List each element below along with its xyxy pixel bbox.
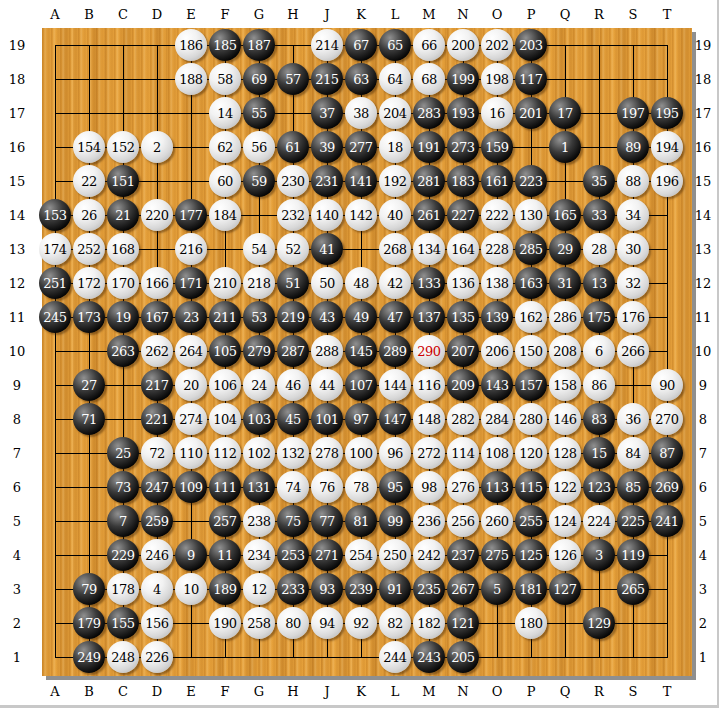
stone-A12[interactable]: 251	[39, 267, 71, 299]
stone-B15[interactable]: 22	[73, 165, 105, 197]
stone-Q10[interactable]: 208	[549, 335, 581, 367]
stone-L6[interactable]: 95	[379, 471, 411, 503]
stone-C16[interactable]: 152	[107, 131, 139, 163]
stone-P3[interactable]: 181	[515, 573, 547, 605]
stone-M19[interactable]: 66	[413, 29, 445, 61]
stone-C7[interactable]: 25	[107, 437, 139, 469]
stone-F8[interactable]: 104	[209, 403, 241, 435]
stone-O8[interactable]: 284	[481, 403, 513, 435]
stone-R13[interactable]: 28	[583, 233, 615, 265]
move-number: 119	[621, 549, 644, 562]
stone-C10[interactable]: 263	[107, 335, 139, 367]
stone-H14[interactable]: 232	[277, 199, 309, 231]
stone-D2[interactable]: 156	[141, 607, 173, 639]
stone-T9[interactable]: 90	[651, 369, 683, 401]
stone-C1[interactable]: 248	[107, 641, 139, 673]
stone-H4[interactable]: 253	[277, 539, 309, 571]
stone-F14[interactable]: 184	[209, 199, 241, 231]
stone-L17[interactable]: 204	[379, 97, 411, 129]
stone-C4[interactable]: 229	[107, 539, 139, 571]
stone-N18[interactable]: 199	[447, 63, 479, 95]
stone-F3[interactable]: 189	[209, 573, 241, 605]
stone-H8[interactable]: 45	[277, 403, 309, 435]
stone-O4[interactable]: 275	[481, 539, 513, 571]
stone-M13[interactable]: 134	[413, 233, 445, 265]
stone-N4[interactable]: 237	[447, 539, 479, 571]
stone-M5[interactable]: 236	[413, 505, 445, 537]
stone-D9[interactable]: 217	[141, 369, 173, 401]
stone-M8[interactable]: 148	[413, 403, 445, 435]
stone-K3[interactable]: 239	[345, 573, 377, 605]
stone-S17[interactable]: 197	[617, 97, 649, 129]
stone-E18[interactable]: 188	[175, 63, 207, 95]
stone-L15[interactable]: 192	[379, 165, 411, 197]
stone-G17[interactable]: 55	[243, 97, 275, 129]
stone-T7[interactable]: 87	[651, 437, 683, 469]
stone-B12[interactable]: 172	[73, 267, 105, 299]
stone-N2[interactable]: 121	[447, 607, 479, 639]
stone-F2[interactable]: 190	[209, 607, 241, 639]
stone-K5[interactable]: 81	[345, 505, 377, 537]
stone-D3[interactable]: 4	[141, 573, 173, 605]
stone-R10[interactable]: 6	[583, 335, 615, 367]
stone-D11[interactable]: 167	[141, 301, 173, 333]
stone-J9[interactable]: 44	[311, 369, 343, 401]
stone-O18[interactable]: 198	[481, 63, 513, 95]
stone-O3[interactable]: 5	[481, 573, 513, 605]
row-label-right-1: 1	[699, 650, 707, 665]
stone-F19[interactable]: 185	[209, 29, 241, 61]
stone-G5[interactable]: 238	[243, 505, 275, 537]
stone-B16[interactable]: 154	[73, 131, 105, 163]
stone-M11[interactable]: 137	[413, 301, 445, 333]
stone-C6[interactable]: 73	[107, 471, 139, 503]
stone-N5[interactable]: 256	[447, 505, 479, 537]
stone-G12[interactable]: 218	[243, 267, 275, 299]
stone-F9[interactable]: 106	[209, 369, 241, 401]
stone-F7[interactable]: 112	[209, 437, 241, 469]
stone-O9[interactable]: 143	[481, 369, 513, 401]
stone-P9[interactable]: 157	[515, 369, 547, 401]
stone-R4[interactable]: 3	[583, 539, 615, 571]
stone-R2[interactable]: 129	[583, 607, 615, 639]
stone-E13[interactable]: 216	[175, 233, 207, 265]
stone-N8[interactable]: 282	[447, 403, 479, 435]
stone-C14[interactable]: 21	[107, 199, 139, 231]
stone-Q4[interactable]: 126	[549, 539, 581, 571]
stone-S10[interactable]: 266	[617, 335, 649, 367]
stone-P7[interactable]: 120	[515, 437, 547, 469]
stone-O15[interactable]: 161	[481, 165, 513, 197]
stone-Q12[interactable]: 31	[549, 267, 581, 299]
stone-T5[interactable]: 241	[651, 505, 683, 537]
stone-P15[interactable]: 223	[515, 165, 547, 197]
move-number: 143	[485, 379, 508, 392]
stone-S7[interactable]: 84	[617, 437, 649, 469]
stone-M3[interactable]: 235	[413, 573, 445, 605]
stone-H9[interactable]: 46	[277, 369, 309, 401]
stone-M16[interactable]: 191	[413, 131, 445, 163]
stone-L1[interactable]: 244	[379, 641, 411, 673]
stone-Q6[interactable]: 122	[549, 471, 581, 503]
stone-P4[interactable]: 125	[515, 539, 547, 571]
stone-H13[interactable]: 52	[277, 233, 309, 265]
stone-P19[interactable]: 203	[515, 29, 547, 61]
stone-Q8[interactable]: 146	[549, 403, 581, 435]
stone-K16[interactable]: 277	[345, 131, 377, 163]
move-number: 222	[485, 209, 508, 222]
go-board[interactable]: 1861851872146765662002022031885869572156…	[42, 28, 692, 676]
stone-N19[interactable]: 200	[447, 29, 479, 61]
stone-J5[interactable]: 77	[311, 505, 343, 537]
stone-J3[interactable]: 93	[311, 573, 343, 605]
stone-T6[interactable]: 269	[651, 471, 683, 503]
stone-L16[interactable]: 18	[379, 131, 411, 163]
stone-S4[interactable]: 119	[617, 539, 649, 571]
stone-L2[interactable]: 82	[379, 607, 411, 639]
stone-C15[interactable]: 151	[107, 165, 139, 197]
stone-E12[interactable]: 171	[175, 267, 207, 299]
stone-D10[interactable]: 262	[141, 335, 173, 367]
stone-C13[interactable]: 168	[107, 233, 139, 265]
stone-G16[interactable]: 56	[243, 131, 275, 163]
stone-T15[interactable]: 196	[651, 165, 683, 197]
stone-E11[interactable]: 23	[175, 301, 207, 333]
stone-R14[interactable]: 33	[583, 199, 615, 231]
stone-Q16[interactable]: 1	[549, 131, 581, 163]
stone-N11[interactable]: 135	[447, 301, 479, 333]
stone-R6[interactable]: 123	[583, 471, 615, 503]
stone-K2[interactable]: 92	[345, 607, 377, 639]
row-label-right-3: 3	[699, 582, 707, 597]
stone-D5[interactable]: 259	[141, 505, 173, 537]
stone-F18[interactable]: 58	[209, 63, 241, 95]
stone-H7[interactable]: 132	[277, 437, 309, 469]
stone-B8[interactable]: 71	[73, 403, 105, 435]
stone-C2[interactable]: 155	[107, 607, 139, 639]
stone-E4[interactable]: 9	[175, 539, 207, 571]
stone-K14[interactable]: 142	[345, 199, 377, 231]
stone-H11[interactable]: 219	[277, 301, 309, 333]
stone-Q5[interactable]: 124	[549, 505, 581, 537]
stone-O12[interactable]: 138	[481, 267, 513, 299]
stone-K8[interactable]: 97	[345, 403, 377, 435]
stone-L4[interactable]: 250	[379, 539, 411, 571]
stone-O6[interactable]: 113	[481, 471, 513, 503]
stone-F17[interactable]: 14	[209, 97, 241, 129]
stone-N14[interactable]: 227	[447, 199, 479, 231]
stone-D16[interactable]: 2	[141, 131, 173, 163]
stone-P18[interactable]: 117	[515, 63, 547, 95]
stone-K6[interactable]: 78	[345, 471, 377, 503]
stone-E3[interactable]: 10	[175, 573, 207, 605]
stone-L12[interactable]: 42	[379, 267, 411, 299]
stone-D14[interactable]: 220	[141, 199, 173, 231]
stone-S5[interactable]: 225	[617, 505, 649, 537]
stone-O7[interactable]: 108	[481, 437, 513, 469]
stone-M12[interactable]: 133	[413, 267, 445, 299]
stone-R11[interactable]: 175	[583, 301, 615, 333]
stone-R8[interactable]: 83	[583, 403, 615, 435]
stone-N9[interactable]: 209	[447, 369, 479, 401]
move-number: 208	[553, 345, 576, 358]
stone-Q9[interactable]: 158	[549, 369, 581, 401]
stone-H10[interactable]: 287	[277, 335, 309, 367]
stone-J18[interactable]: 215	[311, 63, 343, 95]
stone-H12[interactable]: 51	[277, 267, 309, 299]
stone-D8[interactable]: 221	[141, 403, 173, 435]
stone-O5[interactable]: 260	[481, 505, 513, 537]
stone-K18[interactable]: 63	[345, 63, 377, 95]
col-label-top-A: A	[50, 7, 59, 22]
move-number: 99	[387, 515, 403, 528]
stone-Q3[interactable]: 127	[549, 573, 581, 605]
stone-K15[interactable]: 141	[345, 165, 377, 197]
stone-L5[interactable]: 99	[379, 505, 411, 537]
stone-E6[interactable]: 109	[175, 471, 207, 503]
stone-J4[interactable]: 271	[311, 539, 343, 571]
stone-C11[interactable]: 19	[107, 301, 139, 333]
stone-R5[interactable]: 224	[583, 505, 615, 537]
stone-B1[interactable]: 249	[73, 641, 105, 673]
stone-L7[interactable]: 96	[379, 437, 411, 469]
stone-S3[interactable]: 265	[617, 573, 649, 605]
stone-J14[interactable]: 140	[311, 199, 343, 231]
stone-P6[interactable]: 115	[515, 471, 547, 503]
stone-K11[interactable]: 49	[345, 301, 377, 333]
stone-F5[interactable]: 257	[209, 505, 241, 537]
stone-P17[interactable]: 201	[515, 97, 547, 129]
stone-H5[interactable]: 75	[277, 505, 309, 537]
stone-K7[interactable]: 100	[345, 437, 377, 469]
stone-R15[interactable]: 35	[583, 165, 615, 197]
stone-J2[interactable]: 94	[311, 607, 343, 639]
stone-M6[interactable]: 98	[413, 471, 445, 503]
stone-L13[interactable]: 268	[379, 233, 411, 265]
stone-M4[interactable]: 242	[413, 539, 445, 571]
stone-T17[interactable]: 195	[651, 97, 683, 129]
stone-E7[interactable]: 110	[175, 437, 207, 469]
stone-B3[interactable]: 79	[73, 573, 105, 605]
stone-S6[interactable]: 85	[617, 471, 649, 503]
stone-E14[interactable]: 177	[175, 199, 207, 231]
stone-S14[interactable]: 34	[617, 199, 649, 231]
stone-Q13[interactable]: 29	[549, 233, 581, 265]
stone-M9[interactable]: 116	[413, 369, 445, 401]
stone-P10[interactable]: 150	[515, 335, 547, 367]
stone-J10[interactable]: 288	[311, 335, 343, 367]
stone-S11[interactable]: 176	[617, 301, 649, 333]
stone-P13[interactable]: 285	[515, 233, 547, 265]
stone-L9[interactable]: 144	[379, 369, 411, 401]
stone-R9[interactable]: 86	[583, 369, 615, 401]
stone-Q14[interactable]: 165	[549, 199, 581, 231]
stone-H6[interactable]: 74	[277, 471, 309, 503]
stone-E8[interactable]: 274	[175, 403, 207, 435]
row-label-right-18: 18	[695, 72, 712, 87]
stone-P8[interactable]: 280	[515, 403, 547, 435]
stone-H15[interactable]: 230	[277, 165, 309, 197]
stone-G18[interactable]: 69	[243, 63, 275, 95]
stone-E10[interactable]: 264	[175, 335, 207, 367]
stone-P5[interactable]: 255	[515, 505, 547, 537]
stone-Q7[interactable]: 128	[549, 437, 581, 469]
stone-L3[interactable]: 91	[379, 573, 411, 605]
stone-F10[interactable]: 105	[209, 335, 241, 367]
stone-O10[interactable]: 206	[481, 335, 513, 367]
stone-G4[interactable]: 234	[243, 539, 275, 571]
move-number: 38	[353, 107, 369, 120]
stone-S15[interactable]: 88	[617, 165, 649, 197]
move-number: 220	[145, 209, 168, 222]
stone-R7[interactable]: 15	[583, 437, 615, 469]
stone-M1[interactable]: 243	[413, 641, 445, 673]
stone-J15[interactable]: 231	[311, 165, 343, 197]
stone-D1[interactable]: 226	[141, 641, 173, 673]
stone-T16[interactable]: 194	[651, 131, 683, 163]
row-label-left-8: 8	[13, 412, 21, 427]
stone-F12[interactable]: 210	[209, 267, 241, 299]
move-number: 156	[145, 617, 168, 630]
stone-S16[interactable]: 89	[617, 131, 649, 163]
stone-J8[interactable]: 101	[311, 403, 343, 435]
move-number: 206	[485, 345, 508, 358]
stone-F15[interactable]: 60	[209, 165, 241, 197]
stone-K12[interactable]: 48	[345, 267, 377, 299]
stone-B2[interactable]: 179	[73, 607, 105, 639]
stone-H18[interactable]: 57	[277, 63, 309, 95]
stone-L8[interactable]: 147	[379, 403, 411, 435]
stone-B13[interactable]: 252	[73, 233, 105, 265]
stone-M10[interactable]: 290	[413, 335, 445, 367]
stone-C5[interactable]: 7	[107, 505, 139, 537]
stone-M15[interactable]: 281	[413, 165, 445, 197]
stone-G11[interactable]: 53	[243, 301, 275, 333]
stone-H16[interactable]: 61	[277, 131, 309, 163]
stone-K17[interactable]: 38	[345, 97, 377, 129]
stone-J6[interactable]: 76	[311, 471, 343, 503]
stone-N7[interactable]: 114	[447, 437, 479, 469]
stone-D4[interactable]: 246	[141, 539, 173, 571]
stone-G2[interactable]: 258	[243, 607, 275, 639]
stone-Q11[interactable]: 286	[549, 301, 581, 333]
stone-A11[interactable]: 245	[39, 301, 71, 333]
stone-J17[interactable]: 37	[311, 97, 343, 129]
stone-O16[interactable]: 159	[481, 131, 513, 163]
stone-O13[interactable]: 228	[481, 233, 513, 265]
stone-H2[interactable]: 80	[277, 607, 309, 639]
stone-N3[interactable]: 267	[447, 573, 479, 605]
stone-K4[interactable]: 254	[345, 539, 377, 571]
stone-D7[interactable]: 72	[141, 437, 173, 469]
stone-C12[interactable]: 170	[107, 267, 139, 299]
stone-M14[interactable]: 261	[413, 199, 445, 231]
stone-O19[interactable]: 202	[481, 29, 513, 61]
stone-O17[interactable]: 16	[481, 97, 513, 129]
stone-N12[interactable]: 136	[447, 267, 479, 299]
stone-B11[interactable]: 173	[73, 301, 105, 333]
stone-J13[interactable]: 41	[311, 233, 343, 265]
stone-L14[interactable]: 40	[379, 199, 411, 231]
stone-G15[interactable]: 59	[243, 165, 275, 197]
stone-K9[interactable]: 107	[345, 369, 377, 401]
stone-M7[interactable]: 272	[413, 437, 445, 469]
stone-K10[interactable]: 145	[345, 335, 377, 367]
stone-N13[interactable]: 164	[447, 233, 479, 265]
stone-N15[interactable]: 183	[447, 165, 479, 197]
stone-M18[interactable]: 68	[413, 63, 445, 95]
stone-R12[interactable]: 13	[583, 267, 615, 299]
move-number: 226	[145, 651, 168, 664]
stone-S8[interactable]: 36	[617, 403, 649, 435]
stone-F16[interactable]: 62	[209, 131, 241, 163]
stone-L18[interactable]: 64	[379, 63, 411, 95]
stone-D12[interactable]: 166	[141, 267, 173, 299]
stone-L10[interactable]: 289	[379, 335, 411, 367]
stone-G9[interactable]: 24	[243, 369, 275, 401]
stone-E19[interactable]: 186	[175, 29, 207, 61]
stone-A13[interactable]: 174	[39, 233, 71, 265]
stone-A14[interactable]: 153	[39, 199, 71, 231]
stone-E9[interactable]: 20	[175, 369, 207, 401]
stone-M17[interactable]: 283	[413, 97, 445, 129]
stone-P14[interactable]: 130	[515, 199, 547, 231]
stone-F6[interactable]: 111	[209, 471, 241, 503]
stone-L19[interactable]: 65	[379, 29, 411, 61]
stone-J19[interactable]: 214	[311, 29, 343, 61]
col-label-top-P: P	[527, 7, 536, 22]
stone-N16[interactable]: 273	[447, 131, 479, 163]
stone-L11[interactable]: 47	[379, 301, 411, 333]
stone-T8[interactable]: 270	[651, 403, 683, 435]
stone-K19[interactable]: 67	[345, 29, 377, 61]
stone-G3[interactable]: 12	[243, 573, 275, 605]
stone-J16[interactable]: 39	[311, 131, 343, 163]
stone-M2[interactable]: 182	[413, 607, 445, 639]
stone-S12[interactable]: 32	[617, 267, 649, 299]
stone-G13[interactable]: 54	[243, 233, 275, 265]
move-number: 86	[591, 379, 607, 392]
stone-J11[interactable]: 43	[311, 301, 343, 333]
stone-B9[interactable]: 27	[73, 369, 105, 401]
stone-B14[interactable]: 26	[73, 199, 105, 231]
stone-N6[interactable]: 276	[447, 471, 479, 503]
stone-H3[interactable]: 233	[277, 573, 309, 605]
stone-G10[interactable]: 279	[243, 335, 275, 367]
stone-C3[interactable]: 178	[107, 573, 139, 605]
move-number: 34	[625, 209, 641, 222]
stone-S13[interactable]: 30	[617, 233, 649, 265]
stone-P2[interactable]: 180	[515, 607, 547, 639]
stone-G7[interactable]: 102	[243, 437, 275, 469]
stone-N1[interactable]: 205	[447, 641, 479, 673]
stone-F4[interactable]: 11	[209, 539, 241, 571]
stone-N17[interactable]: 193	[447, 97, 479, 129]
stone-Q17[interactable]: 17	[549, 97, 581, 129]
stone-D6[interactable]: 247	[141, 471, 173, 503]
stone-G6[interactable]: 131	[243, 471, 275, 503]
stone-G8[interactable]: 103	[243, 403, 275, 435]
stone-J7[interactable]: 278	[311, 437, 343, 469]
stone-O14[interactable]: 222	[481, 199, 513, 231]
stone-G19[interactable]: 187	[243, 29, 275, 61]
stone-O11[interactable]: 139	[481, 301, 513, 333]
stone-J12[interactable]: 50	[311, 267, 343, 299]
stone-P12[interactable]: 163	[515, 267, 547, 299]
stone-F11[interactable]: 211	[209, 301, 241, 333]
stone-P11[interactable]: 162	[515, 301, 547, 333]
stone-N10[interactable]: 207	[447, 335, 479, 367]
